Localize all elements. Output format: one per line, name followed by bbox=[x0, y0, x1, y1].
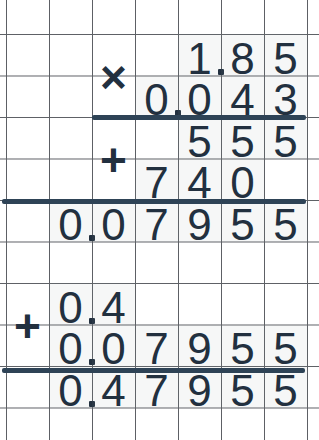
digit-cell-r5c2: 0 bbox=[92, 200, 135, 242]
digit: 5 bbox=[230, 369, 254, 413]
digit: 0 bbox=[58, 203, 82, 247]
digit-cell-r3c5: 5 bbox=[221, 117, 264, 159]
digit-cell-r2c4: 0 bbox=[178, 76, 221, 118]
digit-cell-r1c6: 5 bbox=[264, 34, 307, 76]
digit: 4 bbox=[101, 369, 125, 413]
math-grid: 185004355574000795504007955047955×++ bbox=[6, 34, 307, 408]
digit: 5 bbox=[273, 37, 297, 81]
digit: 8 bbox=[230, 37, 254, 81]
digit-cell-r4c4: 4 bbox=[178, 159, 221, 201]
digit-cell-r1c5: 8 bbox=[221, 34, 264, 76]
digit-cell-r5c5: 5 bbox=[221, 200, 264, 242]
result-line bbox=[2, 368, 305, 373]
plus-sign-addition: + bbox=[14, 303, 41, 349]
digit: 5 bbox=[230, 203, 254, 247]
digit-cell-r8c2: 0 bbox=[92, 325, 135, 367]
digit-cell-r8c6: 5 bbox=[264, 325, 307, 367]
digit: 5 bbox=[273, 327, 297, 371]
digit: 7 bbox=[144, 369, 168, 413]
multiply-sign-cell: × bbox=[92, 76, 135, 118]
digit-cell-r7c2: 4 bbox=[92, 283, 135, 325]
digit: 5 bbox=[230, 120, 254, 164]
plus-sign-partial-products: + bbox=[100, 137, 127, 183]
plus-sign-addition-cell: + bbox=[6, 325, 49, 367]
digit: 9 bbox=[187, 369, 211, 413]
digit: 7 bbox=[144, 327, 168, 371]
digit: 7 bbox=[144, 203, 168, 247]
digit-cell-r4c5: 0 bbox=[221, 159, 264, 201]
plus-sign-partial-products-cell: + bbox=[92, 159, 135, 201]
digit: 0 bbox=[58, 286, 82, 330]
digit: 1 bbox=[187, 37, 211, 81]
digit-cell-r2c6: 3 bbox=[264, 76, 307, 118]
digit-cell-r4c3: 7 bbox=[135, 159, 178, 201]
digit-cell-r3c4: 5 bbox=[178, 117, 221, 159]
digit-cell-r8c3: 7 bbox=[135, 325, 178, 367]
digit: 9 bbox=[187, 203, 211, 247]
digit-cell-r5c1: 0 bbox=[49, 200, 92, 242]
digit-cell-r8c1: 0 bbox=[49, 325, 92, 367]
digit: 9 bbox=[187, 327, 211, 371]
digit-cell-r2c3: 0 bbox=[135, 76, 178, 118]
digit-cell-r2c5: 4 bbox=[221, 76, 264, 118]
digit-cell-r5c3: 7 bbox=[135, 200, 178, 242]
digit: 5 bbox=[273, 203, 297, 247]
digit: 0 bbox=[58, 327, 82, 371]
digit: 0 bbox=[101, 203, 125, 247]
multiply-sign: × bbox=[100, 54, 127, 100]
digit-cell-r8c4: 9 bbox=[178, 325, 221, 367]
result-line bbox=[92, 115, 306, 120]
digit-cell-r5c4: 9 bbox=[178, 200, 221, 242]
digit: 0 bbox=[101, 327, 125, 371]
digit-cell-r1c4: 1 bbox=[178, 34, 221, 76]
digit: 5 bbox=[273, 120, 297, 164]
result-line bbox=[2, 199, 306, 204]
digit: 5 bbox=[230, 327, 254, 371]
digit: 5 bbox=[273, 369, 297, 413]
digit: 4 bbox=[101, 286, 125, 330]
worksheet: 185004355574000795504007955047955×++ bbox=[0, 0, 319, 440]
digit-cell-r8c5: 5 bbox=[221, 325, 264, 367]
digit-cell-r7c1: 0 bbox=[49, 283, 92, 325]
digit: 5 bbox=[187, 120, 211, 164]
digit: 0 bbox=[58, 369, 82, 413]
digit-cell-r5c6: 5 bbox=[264, 200, 307, 242]
digit-cell-r3c6: 5 bbox=[264, 117, 307, 159]
